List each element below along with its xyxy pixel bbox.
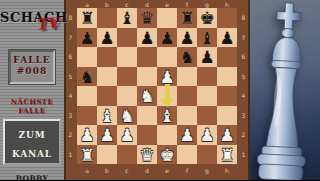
black-pawn[interactable]: ♟ (97, 28, 117, 48)
square-h2[interactable]: ♟ (217, 125, 237, 145)
black-rook[interactable]: ♜ (177, 8, 197, 28)
rank-label-1: 1 (64, 145, 77, 165)
square-b5[interactable] (97, 67, 117, 87)
square-f8[interactable]: ♜ (177, 8, 197, 28)
square-f1[interactable] (177, 145, 197, 165)
square-e3[interactable]: ♝ (157, 106, 177, 126)
black-bishop[interactable]: ♝ (117, 8, 137, 28)
square-c3[interactable]: ♞ (117, 106, 137, 126)
white-queen[interactable]: ♛ (137, 145, 157, 165)
square-c6[interactable] (117, 47, 137, 67)
square-a3[interactable] (77, 106, 97, 126)
square-c5[interactable] (117, 67, 137, 87)
square-g8[interactable]: ♚ (197, 8, 217, 28)
square-d2[interactable] (137, 125, 157, 145)
square-e5[interactable]: ♟ (157, 67, 177, 87)
square-g1[interactable] (197, 145, 217, 165)
square-d1[interactable]: ♛ (137, 145, 157, 165)
square-f4[interactable] (177, 86, 197, 106)
square-a7[interactable]: ♟ (77, 28, 97, 48)
square-d5[interactable] (137, 67, 157, 87)
square-e1[interactable]: ♚ (157, 145, 177, 165)
to-channel-button[interactable]: ZUM KANAL (3, 119, 61, 165)
rank-label-4: 4 (64, 86, 77, 106)
square-a8[interactable]: ♜ (77, 8, 97, 28)
square-d7[interactable]: ♟ (137, 28, 157, 48)
square-d6[interactable] (137, 47, 157, 67)
square-h4[interactable] (217, 86, 237, 106)
white-pawn[interactable]: ♟ (217, 125, 237, 145)
white-pawn[interactable]: ♟ (77, 125, 97, 145)
rank-label-6: 6 (64, 47, 77, 67)
white-knight[interactable]: ♞ (117, 106, 137, 126)
square-b8[interactable] (97, 8, 117, 28)
square-b7[interactable]: ♟ (97, 28, 117, 48)
white-pawn[interactable]: ♟ (157, 67, 177, 87)
square-g7[interactable]: ♝ (197, 28, 217, 48)
square-b1[interactable] (97, 145, 117, 165)
rank-label-4: 4 (237, 86, 250, 106)
video-thumbnail: SCHACH TV FALLE #008 NÄCHSTE FALLE ZUM K… (0, 0, 320, 180)
black-pawn[interactable]: ♟ (217, 28, 237, 48)
square-b2[interactable]: ♟ (97, 125, 117, 145)
black-bishop[interactable]: ♝ (197, 28, 217, 48)
square-h5[interactable] (217, 67, 237, 87)
black-pawn[interactable]: ♟ (137, 28, 157, 48)
rank-labels-right: 87654321 (237, 8, 250, 164)
square-g5[interactable] (197, 67, 217, 87)
square-f5[interactable] (177, 67, 197, 87)
rank-label-5: 5 (237, 67, 250, 87)
square-c7[interactable] (117, 28, 137, 48)
episode-number-plaque: FALLE #008 (9, 50, 55, 84)
square-h3[interactable] (217, 106, 237, 126)
square-a6[interactable] (77, 47, 97, 67)
rank-label-3: 3 (64, 106, 77, 126)
file-label-f: f (177, 1, 197, 8)
white-bishop[interactable]: ♝ (97, 106, 117, 126)
black-rook[interactable]: ♜ (77, 8, 97, 28)
white-pawn[interactable]: ♟ (177, 125, 197, 145)
rank-label-3: 3 (237, 106, 250, 126)
square-c8[interactable]: ♝ (117, 8, 137, 28)
file-label-a: a (77, 1, 97, 8)
black-king[interactable]: ♚ (197, 8, 217, 28)
logo-text-tv: TV (35, 14, 59, 34)
square-f2[interactable]: ♟ (177, 125, 197, 145)
sidebar: SCHACH TV FALLE #008 NÄCHSTE FALLE ZUM K… (0, 0, 64, 180)
black-pawn[interactable]: ♟ (197, 47, 217, 67)
rank-label-7: 7 (237, 28, 250, 48)
file-label-b: b (97, 1, 117, 8)
square-e2[interactable] (157, 125, 177, 145)
next-trap-link[interactable]: NÄCHSTE FALLE (0, 97, 64, 115)
black-queen[interactable]: ♛ (137, 8, 157, 28)
square-h1[interactable]: ♜ (217, 145, 237, 165)
file-label-g: g (197, 167, 217, 174)
rank-label-5: 5 (64, 67, 77, 87)
file-label-d: d (137, 1, 157, 8)
episode-label: FALLE (11, 55, 53, 66)
file-label-f: f (177, 167, 197, 174)
square-h8[interactable] (217, 8, 237, 28)
chess-board: abcdefgh 87654321 ♜♝♛♜♚♟♟♟♟♟♝♟♞♟♞♟♞♝♞♝♟♟… (64, 0, 250, 180)
white-pawn[interactable]: ♟ (197, 125, 217, 145)
white-king[interactable]: ♚ (157, 145, 177, 165)
white-bishop[interactable]: ♝ (157, 106, 177, 126)
file-label-h: h (217, 167, 237, 174)
square-h7[interactable]: ♟ (217, 28, 237, 48)
square-g4[interactable] (197, 86, 217, 106)
episode-number: #008 (11, 66, 53, 77)
square-g6[interactable]: ♟ (197, 47, 217, 67)
rank-label-2: 2 (64, 125, 77, 145)
square-a4[interactable] (77, 86, 97, 106)
rank-labels-left: 87654321 (64, 8, 77, 164)
square-f7[interactable]: ♟ (177, 28, 197, 48)
square-e6[interactable] (157, 47, 177, 67)
channel-logo: SCHACH TV (0, 0, 64, 41)
square-c1[interactable] (117, 145, 137, 165)
trap-title: BOBBY FISCHER TRAP (0, 174, 64, 181)
file-label-d: d (137, 167, 157, 174)
square-e7[interactable]: ♟ (157, 28, 177, 48)
black-pawn[interactable]: ♟ (77, 28, 97, 48)
square-d3[interactable] (137, 106, 157, 126)
white-pawn[interactable]: ♟ (97, 125, 117, 145)
rank-label-1: 1 (237, 145, 250, 165)
square-g3[interactable] (197, 106, 217, 126)
rank-label-6: 6 (237, 47, 250, 67)
square-e8[interactable] (157, 8, 177, 28)
file-label-a: a (77, 167, 97, 174)
square-b4[interactable] (97, 86, 117, 106)
white-rook[interactable]: ♜ (217, 145, 237, 165)
white-pawn[interactable]: ♟ (117, 125, 137, 145)
square-a2[interactable]: ♟ (77, 125, 97, 145)
square-d4[interactable]: ♞ (137, 86, 157, 106)
file-label-b: b (97, 167, 117, 174)
white-rook[interactable]: ♜ (77, 145, 97, 165)
square-g2[interactable]: ♟ (197, 125, 217, 145)
square-d8[interactable]: ♛ (137, 8, 157, 28)
rank-label-2: 2 (237, 125, 250, 145)
to-channel-label: ZUM KANAL (12, 130, 52, 159)
square-c4[interactable] (117, 86, 137, 106)
board-squares: ♜♝♛♜♚♟♟♟♟♟♝♟♞♟♞♟♞♝♞♝♟♟♟♟♟♟♜♛♚♜ (77, 8, 237, 164)
file-label-h: h (217, 1, 237, 8)
file-label-c: c (117, 1, 137, 8)
square-b6[interactable] (97, 47, 117, 67)
square-h6[interactable] (217, 47, 237, 67)
file-labels-bottom: abcdefgh (77, 164, 237, 180)
king-3d-graphic (250, 0, 320, 180)
square-a1[interactable]: ♜ (77, 145, 97, 165)
file-labels-top: abcdefgh (77, 0, 237, 8)
file-label-g: g (197, 1, 217, 8)
black-pawn[interactable]: ♟ (157, 28, 177, 48)
white-knight[interactable]: ♞ (137, 86, 157, 106)
rank-label-8: 8 (237, 8, 250, 28)
square-a5[interactable]: ♞ (77, 67, 97, 87)
square-c2[interactable]: ♟ (117, 125, 137, 145)
square-b3[interactable]: ♝ (97, 106, 117, 126)
square-f3[interactable] (177, 106, 197, 126)
square-f6[interactable]: ♞ (177, 47, 197, 67)
file-label-e: e (157, 1, 177, 8)
trap-title-line1: BOBBY FISCHER (0, 174, 64, 181)
file-label-c: c (117, 167, 137, 174)
file-label-e: e (157, 167, 177, 174)
right-panel (250, 0, 320, 180)
black-knight[interactable]: ♞ (77, 67, 97, 87)
black-pawn[interactable]: ♟ (177, 28, 197, 48)
rank-label-7: 7 (64, 28, 77, 48)
black-knight[interactable]: ♞ (177, 47, 197, 67)
